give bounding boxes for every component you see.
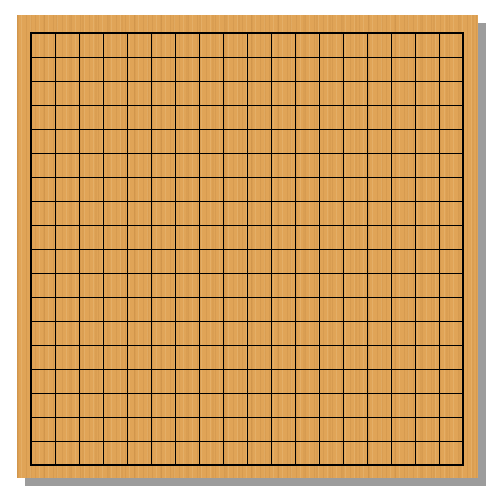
grid-lines — [30, 32, 464, 466]
go-board-diagram — [0, 0, 500, 500]
goban[interactable] — [17, 15, 478, 478]
